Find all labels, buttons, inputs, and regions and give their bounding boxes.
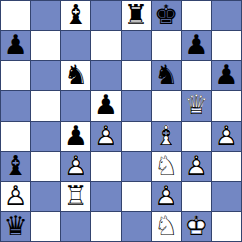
square-g6[interactable] xyxy=(182,61,211,90)
square-b3[interactable] xyxy=(31,152,60,181)
black-pawn: ♟︎ xyxy=(94,91,118,118)
square-e7[interactable] xyxy=(122,31,151,60)
black-pawn: ♟︎ xyxy=(3,31,27,58)
white-king: ♚︎♔︎ xyxy=(184,212,208,239)
square-e3[interactable] xyxy=(122,152,151,181)
square-h3[interactable] xyxy=(212,152,241,181)
square-d3[interactable] xyxy=(91,152,120,181)
square-g8[interactable] xyxy=(182,1,211,30)
square-d8[interactable] xyxy=(91,1,120,30)
square-b2[interactable] xyxy=(31,182,60,211)
white-bishop: ♝︎♗︎ xyxy=(154,122,178,149)
square-g7[interactable]: ♟︎ xyxy=(182,31,211,60)
square-c8[interactable]: ♝︎ xyxy=(61,1,90,30)
black-pawn: ♟︎ xyxy=(184,31,208,58)
black-rook: ♜︎ xyxy=(124,1,148,28)
white-queen: ♛︎♕︎ xyxy=(184,91,208,118)
square-b5[interactable] xyxy=(31,91,60,120)
square-c7[interactable] xyxy=(61,31,90,60)
square-e4[interactable] xyxy=(122,122,151,151)
square-a6[interactable] xyxy=(1,61,30,90)
white-pawn: ♟︎♙︎ xyxy=(154,182,178,209)
white-pawn: ♟︎♙︎ xyxy=(184,152,208,179)
square-c2[interactable]: ♜︎♖︎ xyxy=(61,182,90,211)
black-pawn: ♟︎ xyxy=(214,61,238,88)
square-a1[interactable]: ♛︎ xyxy=(1,212,30,241)
white-pawn: ♟︎♙︎ xyxy=(64,152,88,179)
square-a4[interactable] xyxy=(1,122,30,151)
square-a5[interactable] xyxy=(1,91,30,120)
chess-board: ♝︎♜︎♚︎♟︎♟︎♞︎♞︎♟︎♟︎♛︎♕︎♟︎♟︎♙︎♝︎♗︎♟︎♙︎♝︎♟︎… xyxy=(0,0,242,242)
square-d4[interactable]: ♟︎♙︎ xyxy=(91,122,120,151)
square-a8[interactable] xyxy=(1,1,30,30)
square-g1[interactable]: ♚︎♔︎ xyxy=(182,212,211,241)
square-g2[interactable] xyxy=(182,182,211,211)
square-c6[interactable]: ♞︎ xyxy=(61,61,90,90)
square-h7[interactable] xyxy=(212,31,241,60)
white-knight: ♞︎♘︎ xyxy=(154,152,178,179)
black-knight: ♞︎ xyxy=(154,61,178,88)
square-c3[interactable]: ♟︎♙︎ xyxy=(61,152,90,181)
square-f6[interactable]: ♞︎ xyxy=(152,61,181,90)
black-pawn: ♟︎ xyxy=(64,122,88,149)
square-f1[interactable]: ♞︎♘︎ xyxy=(152,212,181,241)
black-bishop: ♝︎ xyxy=(3,152,27,179)
square-b6[interactable] xyxy=(31,61,60,90)
square-f2[interactable]: ♟︎♙︎ xyxy=(152,182,181,211)
square-c4[interactable]: ♟︎ xyxy=(61,122,90,151)
square-e6[interactable] xyxy=(122,61,151,90)
square-d5[interactable]: ♟︎ xyxy=(91,91,120,120)
square-f3[interactable]: ♞︎♘︎ xyxy=(152,152,181,181)
square-f4[interactable]: ♝︎♗︎ xyxy=(152,122,181,151)
square-g3[interactable]: ♟︎♙︎ xyxy=(182,152,211,181)
square-b7[interactable] xyxy=(31,31,60,60)
square-c1[interactable] xyxy=(61,212,90,241)
square-e1[interactable] xyxy=(122,212,151,241)
square-d6[interactable] xyxy=(91,61,120,90)
white-rook: ♜︎♖︎ xyxy=(64,182,88,209)
square-f8[interactable]: ♚︎ xyxy=(152,1,181,30)
square-g5[interactable]: ♛︎♕︎ xyxy=(182,91,211,120)
black-queen: ♛︎ xyxy=(3,212,27,239)
square-f5[interactable] xyxy=(152,91,181,120)
square-a3[interactable]: ♝︎ xyxy=(1,152,30,181)
white-pawn: ♟︎♙︎ xyxy=(214,122,238,149)
black-knight: ♞︎ xyxy=(64,61,88,88)
square-c5[interactable] xyxy=(61,91,90,120)
white-pawn: ♟︎♙︎ xyxy=(94,122,118,149)
black-bishop: ♝︎ xyxy=(64,1,88,28)
white-pawn: ♟︎♙︎ xyxy=(3,182,27,209)
square-h8[interactable] xyxy=(212,1,241,30)
square-d2[interactable] xyxy=(91,182,120,211)
square-e2[interactable] xyxy=(122,182,151,211)
square-h1[interactable] xyxy=(212,212,241,241)
square-a2[interactable]: ♟︎♙︎ xyxy=(1,182,30,211)
square-h6[interactable]: ♟︎ xyxy=(212,61,241,90)
square-h4[interactable]: ♟︎♙︎ xyxy=(212,122,241,151)
black-king: ♚︎ xyxy=(154,1,178,28)
square-b4[interactable] xyxy=(31,122,60,151)
square-g4[interactable] xyxy=(182,122,211,151)
square-d7[interactable] xyxy=(91,31,120,60)
square-d1[interactable] xyxy=(91,212,120,241)
square-b1[interactable] xyxy=(31,212,60,241)
square-b8[interactable] xyxy=(31,1,60,30)
square-h5[interactable] xyxy=(212,91,241,120)
square-a7[interactable]: ♟︎ xyxy=(1,31,30,60)
square-e5[interactable] xyxy=(122,91,151,120)
square-f7[interactable] xyxy=(152,31,181,60)
square-e8[interactable]: ♜︎ xyxy=(122,1,151,30)
white-knight: ♞︎♘︎ xyxy=(154,212,178,239)
square-h2[interactable] xyxy=(212,182,241,211)
